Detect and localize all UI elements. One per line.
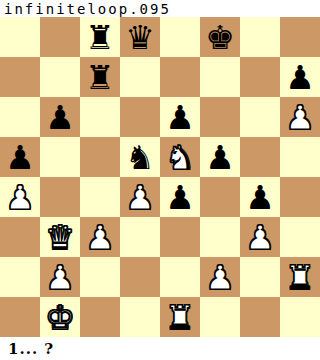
square-a8[interactable] [0, 17, 40, 57]
piece-black-pawn: ♟ [285, 61, 315, 94]
square-a4[interactable]: ♟ [0, 177, 40, 217]
piece-black-queen: ♛ [125, 21, 155, 54]
square-g3[interactable]: ♟ [240, 217, 280, 257]
piece-black-rook: ♜ [85, 61, 115, 94]
square-d6[interactable] [120, 97, 160, 137]
square-b2[interactable]: ♟ [40, 257, 80, 297]
square-b8[interactable] [40, 17, 80, 57]
square-g4[interactable]: ♟ [240, 177, 280, 217]
square-b7[interactable] [40, 57, 80, 97]
square-c2[interactable] [80, 257, 120, 297]
piece-white-king: ♚ [45, 301, 75, 334]
square-h7[interactable]: ♟ [280, 57, 320, 97]
piece-white-rook: ♜ [285, 261, 315, 294]
piece-white-pawn: ♟ [285, 101, 315, 134]
square-f1[interactable] [200, 297, 240, 337]
square-g7[interactable] [240, 57, 280, 97]
square-f4[interactable] [200, 177, 240, 217]
square-h8[interactable] [280, 17, 320, 57]
piece-black-pawn: ♟ [45, 101, 75, 134]
piece-black-pawn: ♟ [165, 101, 195, 134]
square-f6[interactable] [200, 97, 240, 137]
piece-white-pawn: ♟ [85, 221, 115, 254]
square-a3[interactable] [0, 217, 40, 257]
square-e1[interactable]: ♜ [160, 297, 200, 337]
square-e8[interactable] [160, 17, 200, 57]
piece-white-pawn: ♟ [205, 261, 235, 294]
square-g6[interactable] [240, 97, 280, 137]
piece-black-pawn: ♟ [5, 141, 35, 174]
square-h3[interactable] [280, 217, 320, 257]
square-e7[interactable] [160, 57, 200, 97]
square-b5[interactable] [40, 137, 80, 177]
piece-black-rook: ♜ [85, 21, 115, 54]
square-g8[interactable] [240, 17, 280, 57]
puzzle-title: infiniteloop.095 [0, 0, 320, 17]
square-d2[interactable] [120, 257, 160, 297]
square-h4[interactable] [280, 177, 320, 217]
square-f3[interactable] [200, 217, 240, 257]
piece-white-pawn: ♟ [245, 221, 275, 254]
square-c3[interactable]: ♟ [80, 217, 120, 257]
square-g5[interactable] [240, 137, 280, 177]
piece-white-pawn: ♟ [5, 181, 35, 214]
square-e2[interactable] [160, 257, 200, 297]
square-b6[interactable]: ♟ [40, 97, 80, 137]
square-b4[interactable] [40, 177, 80, 217]
square-f8[interactable]: ♚ [200, 17, 240, 57]
square-d7[interactable] [120, 57, 160, 97]
square-c5[interactable] [80, 137, 120, 177]
square-h1[interactable] [280, 297, 320, 337]
square-e5[interactable]: ♞ [160, 137, 200, 177]
square-a1[interactable] [0, 297, 40, 337]
piece-white-queen: ♛ [45, 221, 75, 254]
square-d3[interactable] [120, 217, 160, 257]
square-h5[interactable] [280, 137, 320, 177]
piece-black-pawn: ♟ [205, 141, 235, 174]
square-a2[interactable] [0, 257, 40, 297]
square-c8[interactable]: ♜ [80, 17, 120, 57]
square-e3[interactable] [160, 217, 200, 257]
square-d5[interactable]: ♞ [120, 137, 160, 177]
square-b1[interactable]: ♚ [40, 297, 80, 337]
piece-black-pawn: ♟ [165, 181, 195, 214]
square-c6[interactable] [80, 97, 120, 137]
piece-white-pawn: ♟ [45, 261, 75, 294]
square-f5[interactable]: ♟ [200, 137, 240, 177]
square-d1[interactable] [120, 297, 160, 337]
square-d8[interactable]: ♛ [120, 17, 160, 57]
square-h6[interactable]: ♟ [280, 97, 320, 137]
square-h2[interactable]: ♜ [280, 257, 320, 297]
square-d4[interactable]: ♟ [120, 177, 160, 217]
chess-board: ♜♛♚♜♟♟♟♟♟♞♞♟♟♟♟♟♛♟♟♟♟♜♚♜ [0, 17, 320, 337]
square-g2[interactable] [240, 257, 280, 297]
square-e6[interactable]: ♟ [160, 97, 200, 137]
piece-black-knight: ♞ [125, 141, 155, 174]
square-c4[interactable] [80, 177, 120, 217]
move-prompt: 1... ? [0, 337, 320, 360]
square-a5[interactable]: ♟ [0, 137, 40, 177]
piece-white-rook: ♜ [165, 301, 195, 334]
square-f7[interactable] [200, 57, 240, 97]
square-a7[interactable] [0, 57, 40, 97]
piece-black-king: ♚ [205, 21, 235, 54]
square-c1[interactable] [80, 297, 120, 337]
square-g1[interactable] [240, 297, 280, 337]
square-a6[interactable] [0, 97, 40, 137]
piece-white-knight: ♞ [165, 141, 195, 174]
square-b3[interactable]: ♛ [40, 217, 80, 257]
square-c7[interactable]: ♜ [80, 57, 120, 97]
piece-white-pawn: ♟ [125, 181, 155, 214]
piece-black-pawn: ♟ [245, 181, 275, 214]
square-e4[interactable]: ♟ [160, 177, 200, 217]
square-f2[interactable]: ♟ [200, 257, 240, 297]
